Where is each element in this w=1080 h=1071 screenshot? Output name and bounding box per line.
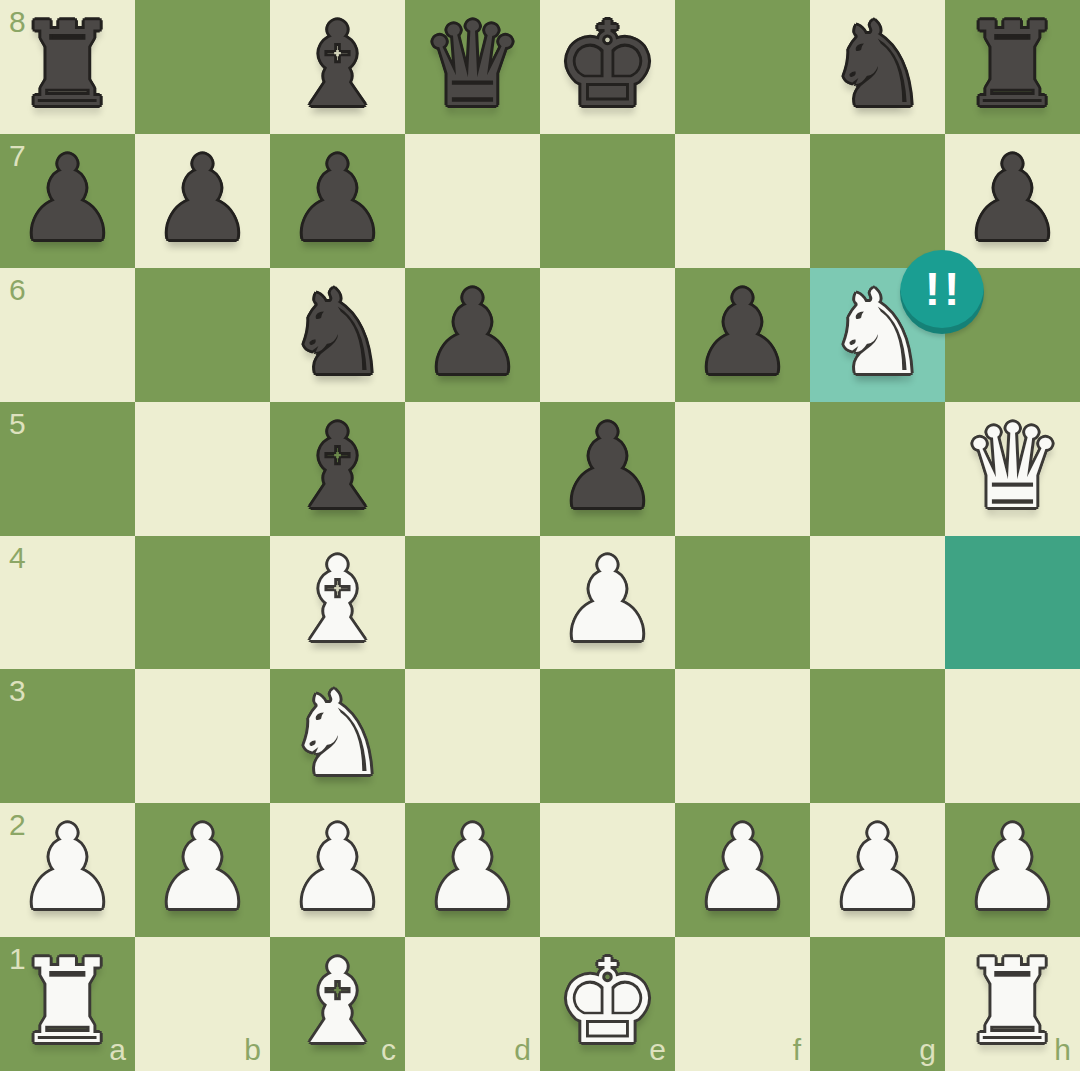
white-king-e1[interactable]: ♚: [556, 944, 660, 1060]
square-g7[interactable]: [810, 134, 945, 268]
square-a7[interactable]: 7♟: [0, 134, 135, 268]
square-d2[interactable]: ♟: [405, 803, 540, 937]
rank-label-4: 4: [9, 543, 26, 573]
square-b7[interactable]: ♟: [135, 134, 270, 268]
black-king-e8[interactable]: ♚: [556, 7, 660, 123]
square-b4[interactable]: [135, 536, 270, 670]
white-rook-a1[interactable]: ♜: [16, 944, 120, 1060]
square-g8[interactable]: ♞: [810, 0, 945, 134]
white-pawn-a2[interactable]: ♟: [16, 810, 120, 926]
black-knight-g8[interactable]: ♞: [826, 7, 930, 123]
square-h1[interactable]: h♜: [945, 937, 1080, 1071]
square-h8[interactable]: ♜: [945, 0, 1080, 134]
rank-label-6: 6: [9, 275, 26, 305]
white-pawn-d2[interactable]: ♟: [421, 810, 525, 926]
square-e3[interactable]: [540, 669, 675, 803]
black-pawn-b7[interactable]: ♟: [151, 141, 255, 257]
square-g4[interactable]: [810, 536, 945, 670]
square-g6[interactable]: ♞!!: [810, 268, 945, 402]
square-d1[interactable]: d: [405, 937, 540, 1071]
brilliant-move-symbol: !!: [925, 266, 964, 312]
file-label-f: f: [793, 1035, 801, 1065]
black-pawn-a7[interactable]: ♟: [16, 141, 120, 257]
black-bishop-c8[interactable]: ♝: [286, 7, 390, 123]
square-e7[interactable]: [540, 134, 675, 268]
square-a4[interactable]: 4: [0, 536, 135, 670]
square-f2[interactable]: ♟: [675, 803, 810, 937]
white-pawn-f2[interactable]: ♟: [691, 810, 795, 926]
square-b1[interactable]: b: [135, 937, 270, 1071]
white-rook-h1[interactable]: ♜: [961, 944, 1065, 1060]
white-knight-c3[interactable]: ♞: [286, 676, 390, 792]
square-c3[interactable]: ♞: [270, 669, 405, 803]
square-f8[interactable]: [675, 0, 810, 134]
white-bishop-c4[interactable]: ♝: [286, 542, 390, 658]
square-c1[interactable]: c♝: [270, 937, 405, 1071]
square-b6[interactable]: [135, 268, 270, 402]
white-pawn-c2[interactable]: ♟: [286, 810, 390, 926]
square-c2[interactable]: ♟: [270, 803, 405, 937]
square-b2[interactable]: ♟: [135, 803, 270, 937]
square-f5[interactable]: [675, 402, 810, 536]
square-c8[interactable]: ♝: [270, 0, 405, 134]
black-pawn-h7[interactable]: ♟: [961, 141, 1065, 257]
square-b5[interactable]: [135, 402, 270, 536]
file-label-d: d: [514, 1035, 531, 1065]
square-g5[interactable]: [810, 402, 945, 536]
white-pawn-b2[interactable]: ♟: [151, 810, 255, 926]
square-d8[interactable]: ♛: [405, 0, 540, 134]
black-rook-h8[interactable]: ♜: [961, 7, 1065, 123]
white-queen-h5[interactable]: ♛: [961, 409, 1065, 525]
brilliant-move-badge: !!: [900, 250, 984, 334]
square-e4[interactable]: ♟: [540, 536, 675, 670]
square-h3[interactable]: [945, 669, 1080, 803]
black-pawn-e5[interactable]: ♟: [556, 409, 660, 525]
square-c4[interactable]: ♝: [270, 536, 405, 670]
square-e2[interactable]: [540, 803, 675, 937]
square-h5[interactable]: ♛: [945, 402, 1080, 536]
square-a1[interactable]: 1a♜: [0, 937, 135, 1071]
square-a8[interactable]: 8♜: [0, 0, 135, 134]
square-d7[interactable]: [405, 134, 540, 268]
square-d6[interactable]: ♟: [405, 268, 540, 402]
black-knight-c6[interactable]: ♞: [286, 275, 390, 391]
square-e6[interactable]: [540, 268, 675, 402]
black-queen-d8[interactable]: ♛: [421, 7, 525, 123]
black-pawn-f6[interactable]: ♟: [691, 275, 795, 391]
black-pawn-d6[interactable]: ♟: [421, 275, 525, 391]
file-label-g: g: [919, 1035, 936, 1065]
rank-label-5: 5: [9, 409, 26, 439]
square-f7[interactable]: [675, 134, 810, 268]
square-a6[interactable]: 6: [0, 268, 135, 402]
square-c7[interactable]: ♟: [270, 134, 405, 268]
rank-label-3: 3: [9, 676, 26, 706]
black-rook-a8[interactable]: ♜: [16, 7, 120, 123]
square-f4[interactable]: [675, 536, 810, 670]
square-c5[interactable]: ♝: [270, 402, 405, 536]
square-g1[interactable]: g: [810, 937, 945, 1071]
square-h7[interactable]: ♟: [945, 134, 1080, 268]
white-pawn-h2[interactable]: ♟: [961, 810, 1065, 926]
square-b3[interactable]: [135, 669, 270, 803]
square-f1[interactable]: f: [675, 937, 810, 1071]
square-e8[interactable]: ♚: [540, 0, 675, 134]
square-e1[interactable]: e♚: [540, 937, 675, 1071]
black-pawn-c7[interactable]: ♟: [286, 141, 390, 257]
square-a3[interactable]: 3: [0, 669, 135, 803]
square-g2[interactable]: ♟: [810, 803, 945, 937]
square-h2[interactable]: ♟: [945, 803, 1080, 937]
white-bishop-c1[interactable]: ♝: [286, 944, 390, 1060]
square-a2[interactable]: 2♟: [0, 803, 135, 937]
square-g3[interactable]: [810, 669, 945, 803]
square-d5[interactable]: [405, 402, 540, 536]
square-c6[interactable]: ♞: [270, 268, 405, 402]
square-a5[interactable]: 5: [0, 402, 135, 536]
file-label-b: b: [244, 1035, 261, 1065]
white-pawn-g2[interactable]: ♟: [826, 810, 930, 926]
square-h4[interactable]: [945, 536, 1080, 670]
square-e5[interactable]: ♟: [540, 402, 675, 536]
square-f6[interactable]: ♟: [675, 268, 810, 402]
black-bishop-c5[interactable]: ♝: [286, 409, 390, 525]
white-pawn-e4[interactable]: ♟: [556, 542, 660, 658]
chess-board: 8♜♝♛♚♞♜7♟♟♟♟6♞♟♟♞!!5♝♟♛4♝♟3♞2♟♟♟♟♟♟♟1a♜b…: [0, 0, 1080, 1071]
square-b8[interactable]: [135, 0, 270, 134]
square-d4[interactable]: [405, 536, 540, 670]
square-d3[interactable]: [405, 669, 540, 803]
square-f3[interactable]: [675, 669, 810, 803]
